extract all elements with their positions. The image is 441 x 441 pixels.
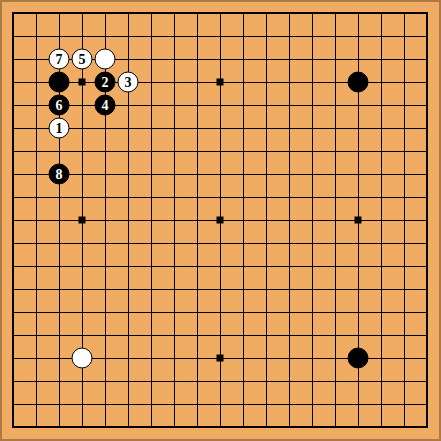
grid-line-horizontal <box>13 266 427 267</box>
star-point <box>217 355 224 362</box>
grid-line-vertical <box>381 13 382 427</box>
grid-line-vertical <box>243 13 244 427</box>
grid-line-horizontal <box>13 335 427 336</box>
black-stone <box>348 348 369 369</box>
grid-line-horizontal <box>13 404 427 405</box>
grid-line-vertical <box>266 13 267 427</box>
white-stone <box>72 348 93 369</box>
go-board: 75236418 <box>0 0 441 441</box>
grid-line-horizontal <box>13 381 427 382</box>
star-point <box>217 217 224 224</box>
white-stone-move-3: 3 <box>118 72 139 93</box>
star-point <box>217 79 224 86</box>
grid-line-horizontal <box>13 289 427 290</box>
white-stone-move-7: 7 <box>49 49 70 70</box>
white-stone <box>95 49 116 70</box>
black-stone-move-4: 4 <box>95 95 116 116</box>
grid-line-horizontal <box>13 243 427 244</box>
star-point <box>79 79 86 86</box>
star-point <box>355 217 362 224</box>
star-point <box>79 217 86 224</box>
grid-line-vertical <box>404 13 405 427</box>
white-stone-move-5: 5 <box>72 49 93 70</box>
white-stone-move-1: 1 <box>49 118 70 139</box>
black-stone-move-8: 8 <box>49 164 70 185</box>
black-stone <box>49 72 70 93</box>
grid-line-vertical <box>312 13 313 427</box>
grid-line-vertical <box>289 13 290 427</box>
grid-line-horizontal <box>13 312 427 313</box>
black-stone <box>348 72 369 93</box>
black-stone-move-2: 2 <box>95 72 116 93</box>
grid-line-vertical <box>335 13 336 427</box>
black-stone-move-6: 6 <box>49 95 70 116</box>
